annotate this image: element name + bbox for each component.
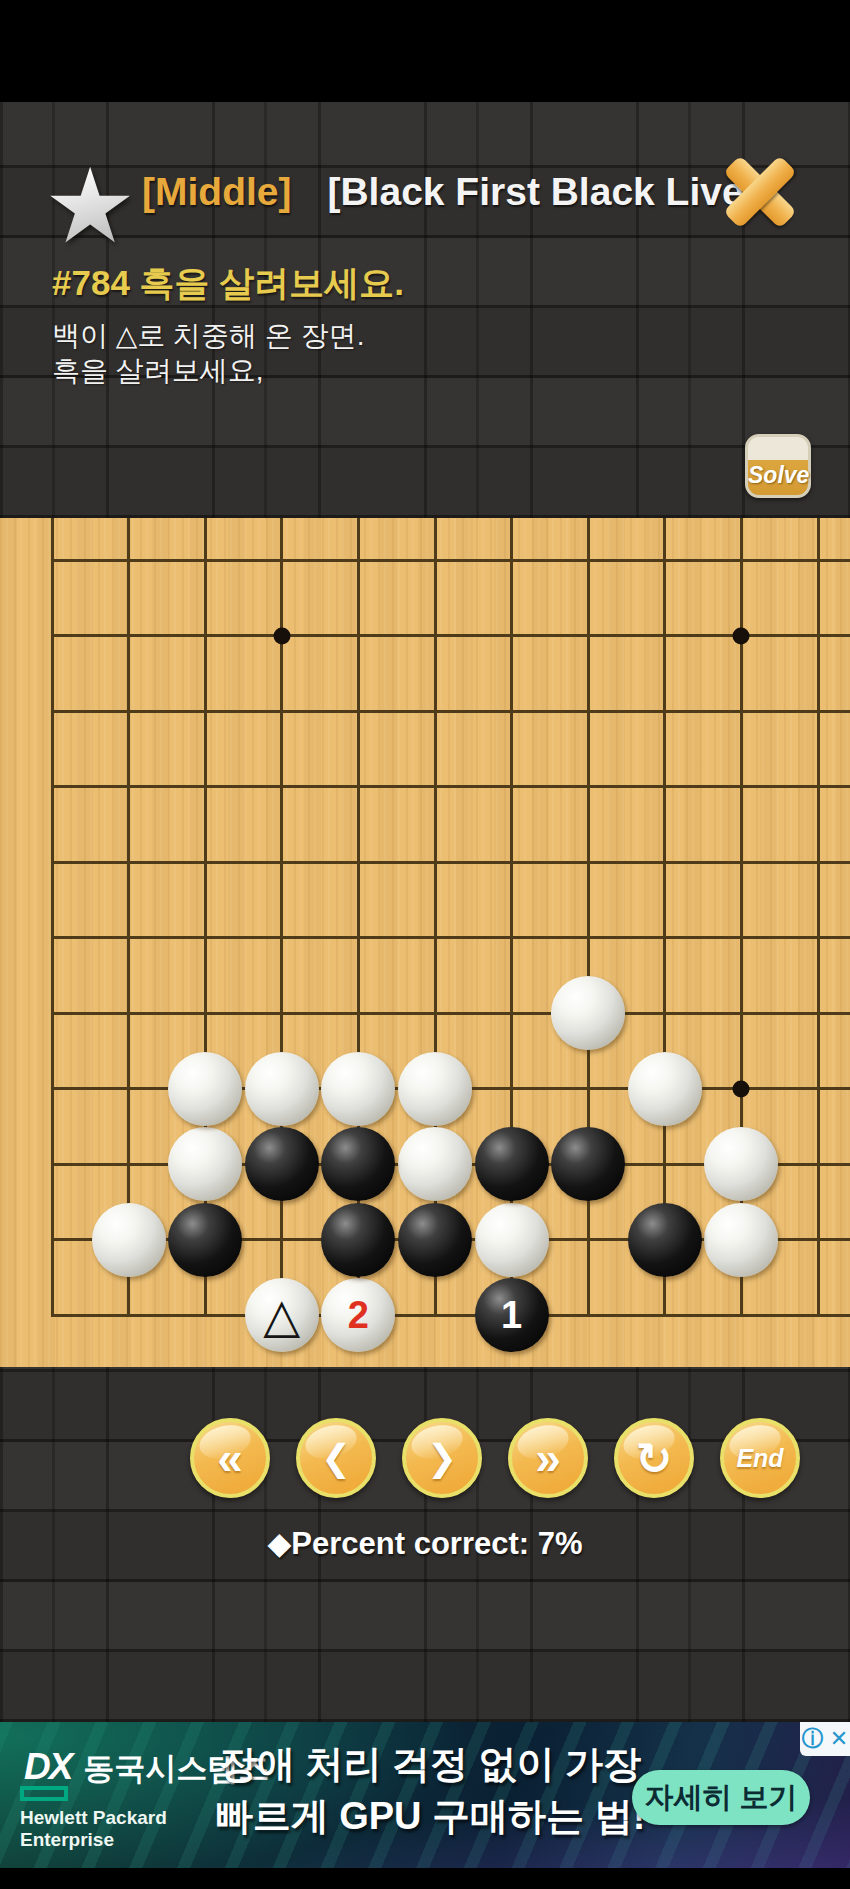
stone-white-c4r1: △ (245, 1278, 319, 1352)
close-button[interactable] (714, 146, 806, 238)
nav-first-button[interactable]: « (190, 1418, 270, 1498)
ad-info-bar: ⓘ ✕ (800, 1722, 850, 1756)
nav-prev-button[interactable]: ❮ (296, 1418, 376, 1498)
star-point (273, 627, 290, 644)
board-grid-line (663, 518, 666, 1317)
problem-header-panel: ★ [Middle] [Black First Black Live] #784… (0, 102, 850, 518)
board-grid-line (51, 785, 850, 788)
board-grid-line (51, 1314, 850, 1317)
ad-headline-line1: 장애 처리 걱정 없이 가장 (150, 1738, 710, 1790)
nav-next-button[interactable]: ❯ (402, 1418, 482, 1498)
ad-headline-line2: 빠르게 GPU 구매하는 법! (150, 1790, 710, 1842)
stone-white-c9r4 (628, 1052, 702, 1126)
board-grid-line (51, 559, 850, 562)
problem-description: 백이 △로 치중해 온 장면. 흑을 살려보세요, (52, 318, 364, 388)
stone-marker: △ (245, 1278, 319, 1352)
diamond-icon: ◆ (267, 1526, 291, 1561)
nav-first-icon: « (217, 1432, 243, 1484)
problem-heading: #784 흑을 살려보세요. (52, 260, 404, 307)
stone-black-c6r2 (398, 1203, 472, 1277)
ad-close-icon[interactable]: ✕ (830, 1726, 848, 1752)
stone-black-c7r3 (475, 1127, 549, 1201)
star-point (733, 1080, 750, 1097)
stone-white-c4r4 (245, 1052, 319, 1126)
navigation-buttons-row: «❮❯»↻End (190, 1418, 800, 1498)
stone-black-c4r3 (245, 1127, 319, 1201)
stone-white-c5r1: 2 (321, 1278, 395, 1352)
solve-button-label: Solve (748, 462, 808, 489)
bottom-black-strip (0, 1868, 850, 1889)
go-board[interactable]: △21 (0, 518, 850, 1367)
stone-white-c3r4 (168, 1052, 242, 1126)
percent-correct-status: ◆Percent correct: 7% (0, 1525, 850, 1562)
status-bar (0, 0, 850, 102)
stone-white-c6r4 (398, 1052, 472, 1126)
title-row: [Middle] [Black First Black Live] (142, 170, 757, 214)
board-grid-line (51, 1012, 850, 1015)
stone-white-c2r2 (92, 1203, 166, 1277)
app-screen: ★ [Middle] [Black First Black Live] #784… (0, 0, 850, 1889)
nav-end-button[interactable]: End (720, 1418, 800, 1498)
stone-black-c8r3 (551, 1127, 625, 1201)
hpe-name-line2: Enterprise (20, 1829, 167, 1851)
nav-last-button[interactable]: » (508, 1418, 588, 1498)
stone-black-c9r2 (628, 1203, 702, 1277)
dk-logo-icon: DX (24, 1746, 71, 1788)
problem-description-line1: 백이 △로 치중해 온 장면. (52, 318, 364, 353)
stone-white-c10r2 (704, 1203, 778, 1277)
stone-marker: 1 (475, 1278, 549, 1352)
page-title: [Black First Black Live] (327, 170, 756, 214)
solve-button[interactable]: Solve (745, 434, 811, 498)
star-point (733, 627, 750, 644)
problem-description-line2: 흑을 살려보세요, (52, 353, 364, 388)
stone-white-c7r2 (475, 1203, 549, 1277)
nav-last-icon: » (535, 1432, 561, 1484)
hpe-name-line1: Hewlett Packard (20, 1807, 167, 1829)
board-grid-line (127, 518, 130, 1317)
nav-restart-icon: ↻ (636, 1434, 673, 1483)
board-grid-line (51, 710, 850, 713)
nav-end-icon: End (736, 1444, 783, 1472)
hpe-logo: Hewlett Packard Enterprise (20, 1786, 167, 1851)
stone-white-c10r3 (704, 1127, 778, 1201)
nav-prev-icon: ❮ (321, 1437, 351, 1478)
board-grid-line (817, 518, 820, 1317)
ad-cta-button[interactable]: 자세히 보기 (632, 1770, 810, 1825)
stone-white-c3r3 (168, 1127, 242, 1201)
stone-white-c8r5 (551, 976, 625, 1050)
ad-headline: 장애 처리 걱정 없이 가장 빠르게 GPU 구매하는 법! (150, 1738, 710, 1842)
stone-black-c3r2 (168, 1203, 242, 1277)
stone-black-c7r1: 1 (475, 1278, 549, 1352)
hpe-rect-icon (20, 1786, 68, 1801)
stone-marker: 2 (321, 1278, 395, 1352)
board-grid-line (51, 518, 54, 1317)
board-grid-line (51, 936, 850, 939)
nav-restart-button[interactable]: ↻ (614, 1418, 694, 1498)
board-grid-line (51, 634, 850, 637)
stone-black-c5r3 (321, 1127, 395, 1201)
board-grid-line (51, 861, 850, 864)
stone-white-c5r4 (321, 1052, 395, 1126)
stone-black-c5r2 (321, 1203, 395, 1277)
ad-banner[interactable]: DX 동국시스템즈 장애 처리 걱정 없이 가장 빠르게 GPU 구매하는 법!… (0, 1722, 850, 1868)
controls-panel: «❮❯»↻End ◆Percent correct: 7% (0, 1367, 850, 1722)
nav-next-icon: ❯ (427, 1437, 457, 1478)
ad-info-icon[interactable]: ⓘ (802, 1724, 824, 1754)
difficulty-label: [Middle] (142, 170, 291, 214)
percent-correct-text: Percent correct: 7% (291, 1526, 582, 1561)
favorite-star-button[interactable]: ★ (30, 146, 150, 266)
star-icon: ★ (43, 148, 136, 264)
stone-white-c6r3 (398, 1127, 472, 1201)
